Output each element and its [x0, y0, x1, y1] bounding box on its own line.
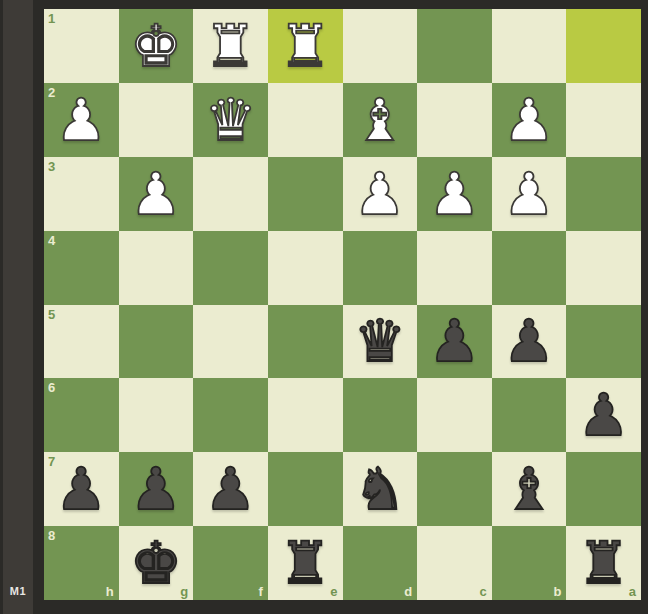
white-pawn[interactable]: ♟ — [44, 83, 119, 157]
square-b7[interactable]: ♝ — [492, 452, 567, 526]
square-e2[interactable] — [268, 83, 343, 157]
square-c7[interactable] — [417, 452, 492, 526]
black-pawn[interactable]: ♟ — [566, 378, 641, 452]
black-bishop[interactable]: ♝ — [492, 452, 567, 526]
file-label-b: b — [553, 585, 561, 598]
square-a5[interactable] — [566, 305, 641, 379]
square-b1[interactable] — [492, 9, 567, 83]
black-pawn[interactable]: ♟ — [193, 452, 268, 526]
square-b3[interactable]: ♟ — [492, 157, 567, 231]
white-queen[interactable]: ♛ — [193, 83, 268, 157]
white-rook[interactable]: ♜ — [268, 9, 343, 83]
square-c5[interactable]: ♟ — [417, 305, 492, 379]
square-f3[interactable] — [193, 157, 268, 231]
square-b5[interactable]: ♟ — [492, 305, 567, 379]
square-f5[interactable] — [193, 305, 268, 379]
white-pawn[interactable]: ♟ — [119, 157, 194, 231]
square-h6[interactable]: 6 — [44, 378, 119, 452]
white-pawn[interactable]: ♟ — [343, 157, 418, 231]
square-g6[interactable] — [119, 378, 194, 452]
square-a2[interactable] — [566, 83, 641, 157]
square-c6[interactable] — [417, 378, 492, 452]
file-label-h: h — [106, 585, 114, 598]
black-rook[interactable]: ♜ — [566, 526, 641, 600]
square-g7[interactable]: ♟ — [119, 452, 194, 526]
square-b8[interactable]: b — [492, 526, 567, 600]
white-pawn[interactable]: ♟ — [417, 157, 492, 231]
square-d8[interactable]: d — [343, 526, 418, 600]
square-c4[interactable] — [417, 231, 492, 305]
file-label-c: c — [480, 585, 487, 598]
square-g4[interactable] — [119, 231, 194, 305]
square-h4[interactable]: 4 — [44, 231, 119, 305]
square-b4[interactable] — [492, 231, 567, 305]
white-pawn[interactable]: ♟ — [492, 157, 567, 231]
square-h5[interactable]: 5 — [44, 305, 119, 379]
square-a8[interactable]: a♜ — [566, 526, 641, 600]
black-rook[interactable]: ♜ — [268, 526, 343, 600]
black-knight[interactable]: ♞ — [343, 452, 418, 526]
square-e5[interactable] — [268, 305, 343, 379]
square-d3[interactable]: ♟ — [343, 157, 418, 231]
white-king[interactable]: ♚ — [119, 9, 194, 83]
square-f2[interactable]: ♛ — [193, 83, 268, 157]
square-f7[interactable]: ♟ — [193, 452, 268, 526]
square-b2[interactable]: ♟ — [492, 83, 567, 157]
square-e7[interactable] — [268, 452, 343, 526]
square-d7[interactable]: ♞ — [343, 452, 418, 526]
square-f4[interactable] — [193, 231, 268, 305]
square-h8[interactable]: 8h — [44, 526, 119, 600]
black-pawn[interactable]: ♟ — [44, 452, 119, 526]
square-h3[interactable]: 3 — [44, 157, 119, 231]
black-pawn[interactable]: ♟ — [417, 305, 492, 379]
square-d6[interactable] — [343, 378, 418, 452]
square-d4[interactable] — [343, 231, 418, 305]
square-a7[interactable] — [566, 452, 641, 526]
square-a3[interactable] — [566, 157, 641, 231]
square-h7[interactable]: 7♟ — [44, 452, 119, 526]
square-d5[interactable]: ♛ — [343, 305, 418, 379]
file-label-d: d — [404, 585, 412, 598]
square-c1[interactable] — [417, 9, 492, 83]
square-f6[interactable] — [193, 378, 268, 452]
square-g2[interactable] — [119, 83, 194, 157]
square-c2[interactable] — [417, 83, 492, 157]
rank-label-8: 8 — [48, 529, 55, 542]
rank-label-6: 6 — [48, 381, 55, 394]
black-king[interactable]: ♚ — [119, 526, 194, 600]
square-f8[interactable]: f — [193, 526, 268, 600]
square-g8[interactable]: g♚ — [119, 526, 194, 600]
black-queen[interactable]: ♛ — [343, 305, 418, 379]
square-h1[interactable]: 1 — [44, 9, 119, 83]
square-d1[interactable] — [343, 9, 418, 83]
square-g5[interactable] — [119, 305, 194, 379]
square-c3[interactable]: ♟ — [417, 157, 492, 231]
square-g3[interactable]: ♟ — [119, 157, 194, 231]
eval-bar-rail — [3, 0, 33, 614]
rank-label-1: 1 — [48, 12, 55, 25]
square-f1[interactable]: ♜ — [193, 9, 268, 83]
square-e1[interactable]: ♜ — [268, 9, 343, 83]
black-pawn[interactable]: ♟ — [119, 452, 194, 526]
square-e4[interactable] — [268, 231, 343, 305]
square-a6[interactable]: ♟ — [566, 378, 641, 452]
square-e6[interactable] — [268, 378, 343, 452]
black-pawn[interactable]: ♟ — [492, 305, 567, 379]
square-h2[interactable]: 2♟ — [44, 83, 119, 157]
square-e8[interactable]: e♜ — [268, 526, 343, 600]
square-a1[interactable] — [566, 9, 641, 83]
eval-badge: M1 — [3, 585, 33, 597]
rank-label-4: 4 — [48, 234, 55, 247]
square-g1[interactable]: ♚ — [119, 9, 194, 83]
white-rook[interactable]: ♜ — [193, 9, 268, 83]
rank-label-3: 3 — [48, 160, 55, 173]
rank-label-5: 5 — [48, 308, 55, 321]
chess-board[interactable]: 1♚♜♜2♟♛♝♟3♟♟♟♟45♛♟♟6♟7♟♟♟♞♝8hg♚fe♜dcba♜ — [44, 9, 641, 600]
chess-app-screen: M1 1♚♜♜2♟♛♝♟3♟♟♟♟45♛♟♟6♟7♟♟♟♞♝8hg♚fe♜dcb… — [0, 0, 648, 614]
square-d2[interactable]: ♝ — [343, 83, 418, 157]
square-c8[interactable]: c — [417, 526, 492, 600]
white-bishop[interactable]: ♝ — [343, 83, 418, 157]
white-pawn[interactable]: ♟ — [492, 83, 567, 157]
file-label-f: f — [259, 585, 263, 598]
square-a4[interactable] — [566, 231, 641, 305]
square-e3[interactable] — [268, 157, 343, 231]
square-b6[interactable] — [492, 378, 567, 452]
